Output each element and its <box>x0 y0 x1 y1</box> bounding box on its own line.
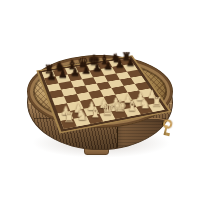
black-pawn[interactable]: ♟ <box>93 63 102 73</box>
key-bit-icon <box>165 132 170 136</box>
white-king[interactable]: ♚ <box>113 99 127 115</box>
white-knight[interactable]: ♞ <box>76 108 89 122</box>
white-bishop[interactable]: ♝ <box>126 98 138 112</box>
black-pawn[interactable]: ♟ <box>115 59 124 69</box>
white-rook[interactable]: ♜ <box>63 111 75 124</box>
key-ring-icon <box>162 119 173 130</box>
white-bishop[interactable]: ♝ <box>89 105 102 119</box>
chess-set-photo: ♜♞♝♛♚♝♞♜♟♟♟♟♟♟♟♟♟♟♟♟♟♟♟♟♜♞♝♛♚♝♞♜ <box>0 0 200 200</box>
white-queen[interactable]: ♛ <box>101 102 115 117</box>
square-a1[interactable]: ♜ <box>61 118 77 129</box>
square-c1[interactable]: ♝ <box>86 114 102 124</box>
black-pawn[interactable]: ♟ <box>47 70 57 81</box>
square-b1[interactable]: ♞ <box>74 116 90 126</box>
black-pawn[interactable]: ♟ <box>58 69 68 80</box>
white-knight[interactable]: ♞ <box>138 96 150 110</box>
black-pawn[interactable]: ♟ <box>70 67 80 78</box>
square-h6[interactable] <box>126 70 141 78</box>
square-a6[interactable] <box>47 83 62 92</box>
black-pawn[interactable]: ♟ <box>81 65 90 76</box>
black-pawn[interactable]: ♟ <box>126 58 135 68</box>
white-rook[interactable]: ♜ <box>151 95 162 108</box>
black-pawn[interactable]: ♟ <box>104 61 113 71</box>
